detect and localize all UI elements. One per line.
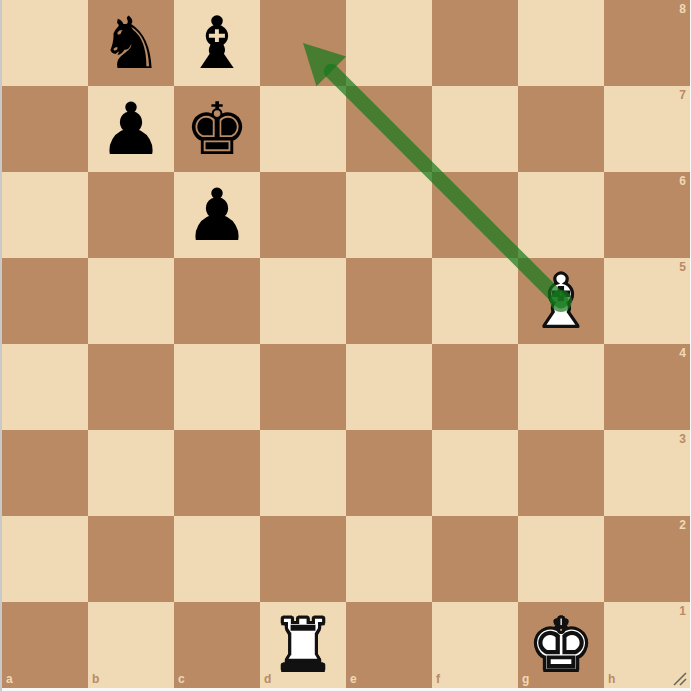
square-d5[interactable] [260, 258, 346, 344]
square-a1[interactable]: a [2, 602, 88, 688]
black-pawn[interactable]: ♟ [174, 172, 260, 258]
square-h6[interactable]: 6 [604, 172, 690, 258]
square-f4[interactable] [432, 344, 518, 430]
square-f2[interactable] [432, 516, 518, 602]
square-b4[interactable] [88, 344, 174, 430]
rank-label-2: 2 [679, 518, 686, 532]
rank-label-3: 3 [679, 432, 686, 446]
file-label-c: c [178, 672, 185, 686]
resize-grip-icon[interactable] [670, 669, 688, 687]
rank-label-6: 6 [679, 174, 686, 188]
square-h3[interactable]: 3 [604, 430, 690, 516]
square-f1[interactable]: f [432, 602, 518, 688]
square-b5[interactable] [88, 258, 174, 344]
square-e7[interactable] [346, 86, 432, 172]
rank-label-5: 5 [679, 260, 686, 274]
square-g1[interactable]: g♚ [518, 602, 604, 688]
square-g7[interactable] [518, 86, 604, 172]
square-e2[interactable] [346, 516, 432, 602]
square-d6[interactable] [260, 172, 346, 258]
rank-label-4: 4 [679, 346, 686, 360]
square-c8[interactable]: ♝ [174, 0, 260, 86]
square-c2[interactable] [174, 516, 260, 602]
square-c1[interactable]: c [174, 602, 260, 688]
square-a5[interactable] [2, 258, 88, 344]
square-c7[interactable]: ♚ [174, 86, 260, 172]
square-d8[interactable] [260, 0, 346, 86]
rank-label-7: 7 [679, 88, 686, 102]
square-f5[interactable] [432, 258, 518, 344]
square-a8[interactable] [2, 0, 88, 86]
square-c4[interactable] [174, 344, 260, 430]
white-king[interactable]: ♚ [518, 602, 604, 688]
square-b8[interactable]: ♞ [88, 0, 174, 86]
square-a2[interactable] [2, 516, 88, 602]
square-f3[interactable] [432, 430, 518, 516]
black-pawn[interactable]: ♟ [88, 86, 174, 172]
square-e5[interactable] [346, 258, 432, 344]
black-knight[interactable]: ♞ [88, 0, 174, 86]
rank-label-8: 8 [679, 2, 686, 16]
square-g2[interactable] [518, 516, 604, 602]
white-rook[interactable]: ♜ [260, 602, 346, 688]
square-f6[interactable] [432, 172, 518, 258]
square-g5[interactable]: ♝ [518, 258, 604, 344]
file-label-f: f [436, 672, 440, 686]
square-f7[interactable] [432, 86, 518, 172]
rank-label-1: 1 [679, 604, 686, 618]
square-c6[interactable]: ♟ [174, 172, 260, 258]
square-h8[interactable]: 8 [604, 0, 690, 86]
square-f8[interactable] [432, 0, 518, 86]
square-h7[interactable]: 7 [604, 86, 690, 172]
square-a6[interactable] [2, 172, 88, 258]
square-c5[interactable] [174, 258, 260, 344]
square-e3[interactable] [346, 430, 432, 516]
square-d4[interactable] [260, 344, 346, 430]
chess-board[interactable]: ♞♝8♟♚7♟6♝5432abcd♜efg♚h1 [2, 0, 690, 688]
square-c3[interactable] [174, 430, 260, 516]
square-e1[interactable]: e [346, 602, 432, 688]
file-label-a: a [6, 672, 13, 686]
square-g8[interactable] [518, 0, 604, 86]
square-a7[interactable] [2, 86, 88, 172]
square-b6[interactable] [88, 172, 174, 258]
square-g3[interactable] [518, 430, 604, 516]
square-h4[interactable]: 4 [604, 344, 690, 430]
square-b2[interactable] [88, 516, 174, 602]
square-e4[interactable] [346, 344, 432, 430]
square-h5[interactable]: 5 [604, 258, 690, 344]
file-label-e: e [350, 672, 357, 686]
square-a3[interactable] [2, 430, 88, 516]
square-g6[interactable] [518, 172, 604, 258]
square-h2[interactable]: 2 [604, 516, 690, 602]
square-g4[interactable] [518, 344, 604, 430]
square-e6[interactable] [346, 172, 432, 258]
white-bishop[interactable]: ♝ [518, 258, 604, 344]
square-d7[interactable] [260, 86, 346, 172]
square-b3[interactable] [88, 430, 174, 516]
square-b7[interactable]: ♟ [88, 86, 174, 172]
square-e8[interactable] [346, 0, 432, 86]
file-label-b: b [92, 672, 99, 686]
black-king[interactable]: ♚ [174, 86, 260, 172]
square-d3[interactable] [260, 430, 346, 516]
square-a4[interactable] [2, 344, 88, 430]
black-bishop[interactable]: ♝ [174, 0, 260, 86]
square-d1[interactable]: d♜ [260, 602, 346, 688]
file-label-h: h [608, 672, 615, 686]
square-d2[interactable] [260, 516, 346, 602]
page: ♞♝8♟♚7♟6♝5432abcd♜efg♚h1 [0, 0, 691, 691]
square-b1[interactable]: b [88, 602, 174, 688]
